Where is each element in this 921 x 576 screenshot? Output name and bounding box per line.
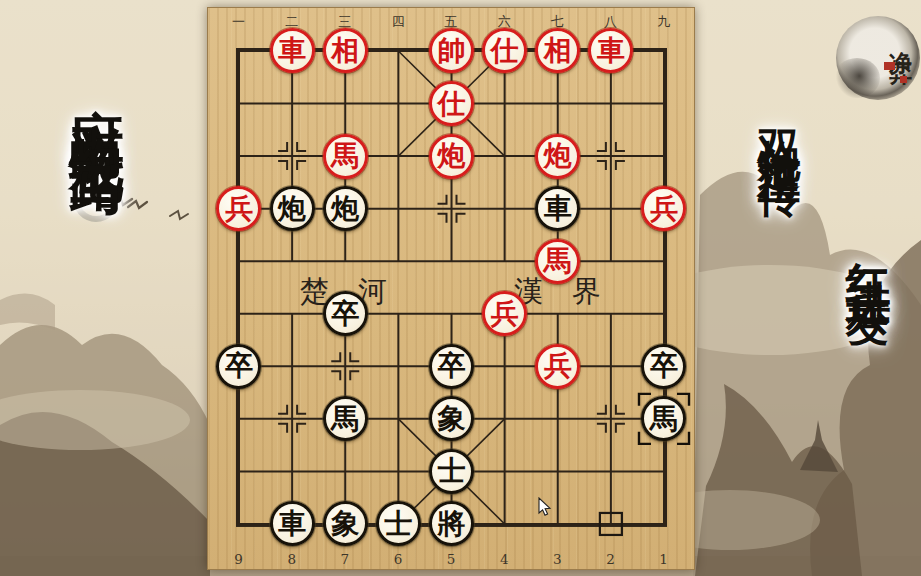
black-soldier-piece[interactable]: 卒 [429, 344, 474, 389]
black-chariot-piece[interactable]: 車 [270, 501, 315, 546]
coordinate-label: 2 [606, 551, 615, 567]
red-soldier-piece[interactable]: 兵 [216, 186, 261, 231]
board-coordinates-bottom: 987654321 [212, 551, 690, 567]
title-left-calligraphy: 应对中炮七路马 [60, 64, 134, 134]
red-elephant-piece[interactable]: 相 [323, 28, 368, 73]
seal-icon [900, 76, 907, 83]
coordinate-label: 8 [287, 551, 296, 567]
coordinate-label: 3 [553, 551, 562, 567]
coordinate-label: 9 [234, 551, 243, 567]
black-cannon-piece[interactable]: 炮 [270, 186, 315, 231]
black-soldier-piece[interactable]: 卒 [216, 344, 261, 389]
coordinate-label: 4 [500, 551, 509, 567]
red-advisor-piece[interactable]: 仕 [429, 81, 474, 126]
coordinate-label: 6 [394, 551, 403, 567]
red-chariot-piece[interactable]: 車 [270, 28, 315, 73]
red-cannon-piece[interactable]: 炮 [429, 134, 474, 179]
black-soldier-piece[interactable]: 卒 [323, 291, 368, 336]
red-soldier-piece[interactable]: 兵 [641, 186, 686, 231]
coordinate-label: 1 [659, 551, 668, 567]
black-chariot-piece[interactable]: 車 [535, 186, 580, 231]
black-elephant-piece[interactable]: 象 [323, 501, 368, 546]
red-cannon-piece[interactable]: 炮 [535, 134, 580, 179]
black-cannon-piece[interactable]: 炮 [323, 186, 368, 231]
black-advisor-piece[interactable]: 士 [376, 501, 421, 546]
piece-grid[interactable]: 車相帥仕相車仕馬炮炮兵兵馬兵兵炮炮車卒卒卒卒馬象馬士車象士將 [212, 25, 690, 550]
black-elephant-piece[interactable]: 象 [429, 396, 474, 441]
screen: 应对中炮七路马 双炮过河正传 红三进兵变 净弈 一二三四五六七八九 楚河 漢界 … [0, 0, 921, 576]
logo-text: 净弈 [886, 32, 917, 48]
red-horse-piece[interactable]: 馬 [535, 239, 580, 284]
title-right-subtitle: 双炮过河正传 [751, 96, 809, 150]
title-right-variation: 红三进兵变 [838, 226, 898, 271]
red-elephant-piece[interactable]: 相 [535, 28, 580, 73]
black-horse-piece[interactable]: 馬 [641, 396, 686, 441]
red-general-piece[interactable]: 帥 [429, 28, 474, 73]
watermark-logo: 净弈 [834, 10, 921, 114]
red-soldier-piece[interactable]: 兵 [535, 344, 580, 389]
mouse-cursor [538, 497, 554, 517]
xiangqi-board: 一二三四五六七八九 楚河 漢界 車相帥仕相車仕馬炮炮兵兵馬兵兵炮炮車卒卒卒卒馬象… [207, 7, 695, 570]
black-advisor-piece[interactable]: 士 [429, 449, 474, 494]
ink-blob-icon [834, 58, 880, 98]
red-soldier-piece[interactable]: 兵 [482, 291, 527, 336]
red-horse-piece[interactable]: 馬 [323, 134, 368, 179]
seal-icon [884, 62, 895, 70]
black-horse-piece[interactable]: 馬 [323, 396, 368, 441]
coordinate-label: 7 [341, 551, 350, 567]
birds-decoration [108, 190, 198, 226]
black-general-piece[interactable]: 將 [429, 501, 474, 546]
coordinate-label: 5 [447, 551, 456, 567]
red-chariot-piece[interactable]: 車 [588, 28, 633, 73]
red-advisor-piece[interactable]: 仕 [482, 28, 527, 73]
black-soldier-piece[interactable]: 卒 [641, 344, 686, 389]
